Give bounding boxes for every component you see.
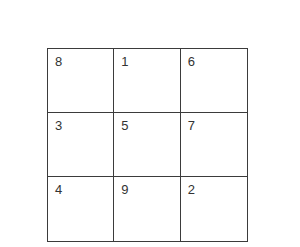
magic-square-board: 8 1 6 3 5 7 4 9 2 bbox=[47, 48, 248, 242]
cell-value-r1c3: 6 bbox=[188, 54, 195, 69]
cell-value-r2c3: 7 bbox=[188, 118, 195, 133]
cell-r1c3: 6 bbox=[181, 49, 247, 113]
cell-value-r3c3: 2 bbox=[188, 182, 195, 197]
cell-value-r2c2: 5 bbox=[121, 118, 128, 133]
cell-value-r1c1: 8 bbox=[55, 54, 62, 69]
cell-r3c3: 2 bbox=[181, 177, 247, 241]
cell-r3c2: 9 bbox=[114, 177, 180, 241]
cell-r3c1: 4 bbox=[48, 177, 114, 241]
cell-value-r3c1: 4 bbox=[55, 182, 62, 197]
cell-r2c1: 3 bbox=[48, 113, 114, 177]
magic-square-diagram: 8 1 6 3 5 7 4 9 2 bbox=[0, 0, 300, 247]
cell-value-r2c1: 3 bbox=[55, 118, 62, 133]
cell-r2c3: 7 bbox=[181, 113, 247, 177]
cell-value-r3c2: 9 bbox=[121, 182, 128, 197]
cell-r1c1: 8 bbox=[48, 49, 114, 113]
cell-r1c2: 1 bbox=[114, 49, 180, 113]
cell-value-r1c2: 1 bbox=[121, 54, 128, 69]
cell-r2c2: 5 bbox=[114, 113, 180, 177]
